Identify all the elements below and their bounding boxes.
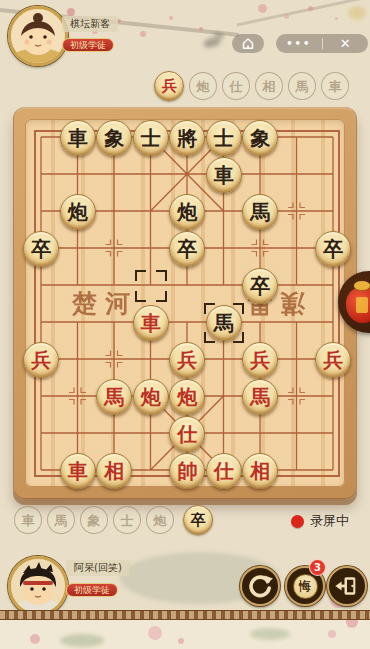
piece-n[interactable]: 馬 [242,194,278,230]
capture-slot: 馬 [288,72,316,100]
piece-A[interactable]: 仕 [169,416,205,452]
capture-slot: 相 [255,72,283,100]
piece-b[interactable]: 象 [242,120,278,156]
piece-p[interactable]: 卒 [169,231,205,267]
home-icon [241,37,255,50]
plum-branch [236,0,364,26]
piece-k[interactable]: 將 [169,120,205,156]
undo-label: 悔 [299,578,311,595]
exit-button[interactable] [327,566,367,606]
capture-slot: 炮 [189,72,217,100]
selected-piece-marker [204,303,244,343]
piece-a[interactable]: 士 [133,120,169,156]
piece-N[interactable]: 馬 [96,379,132,415]
piece-K[interactable]: 帥 [169,453,205,489]
baby-avatar-image [11,9,65,63]
piece-r[interactable]: 車 [206,157,242,193]
piece-B[interactable]: 相 [242,453,278,489]
pouch-tie [354,281,370,290]
top-player-rank-badge: 初级学徒 [62,38,114,52]
undo-piece: 悔 [293,574,318,599]
capture-slot: 象 [80,506,108,534]
lotus-flowers [148,626,162,640]
piece-P[interactable]: 兵 [315,342,351,378]
plum-blossoms [258,4,267,13]
top-player-name: 棋坛新客 [70,18,110,29]
last-move-origin-marker [135,270,167,302]
capture-slot: 仕 [222,72,250,100]
captured-by-black-tray: 兵炮仕相馬車 [154,71,349,101]
top-player-name-plate: 棋坛新客 [62,16,118,32]
bottom-player-avatar[interactable] [8,556,68,616]
capture-slot: 炮 [146,506,174,534]
piece-C[interactable]: 炮 [169,379,205,415]
piece-P[interactable]: 兵 [242,342,278,378]
capture-slot: 馬 [47,506,75,534]
recording-indicator: 录屏中 [291,512,349,530]
piece-c[interactable]: 炮 [60,194,96,230]
exit-icon [332,571,362,601]
capture-slot: 車 [321,72,349,100]
capture-slot: 士 [113,506,141,534]
recording-label: 录屏中 [310,512,349,530]
piece-P[interactable]: 兵 [169,342,205,378]
boy-avatar-image [11,559,65,613]
piece-C[interactable]: 炮 [133,379,169,415]
piece-p[interactable]: 卒 [315,231,351,267]
top-player-avatar[interactable] [8,6,68,66]
piece-p[interactable]: 卒 [23,231,59,267]
bottom-player-name: 阿呆(回笑) [74,562,122,573]
piece-A[interactable]: 仕 [206,453,242,489]
lotus-leaf [250,628,290,640]
close-button[interactable]: ✕ [322,36,368,51]
captured-piece: 兵 [154,71,184,101]
piece-R[interactable]: 車 [133,305,169,341]
piece-b[interactable]: 象 [96,120,132,156]
piece-r[interactable]: 車 [60,120,96,156]
decorative-strip [0,610,370,620]
piece-p[interactable]: 卒 [242,268,278,304]
gold-decoration [348,6,366,20]
lotus-leaf [60,634,104,647]
piece-N[interactable]: 馬 [242,379,278,415]
menu-pill: ••• ✕ [276,34,368,53]
bottom-player-rank: 初级学徒 [74,585,110,595]
board[interactable]: 車象士將士象車炮炮馬卒卒卒卒車馬兵兵兵兵馬炮炮馬仕車相帥仕相 [23,119,352,489]
piece-a[interactable]: 士 [206,120,242,156]
bottom-background [0,618,370,649]
undo-count: 3 [314,563,321,573]
restart-button[interactable] [240,566,280,606]
more-options-button[interactable]: ••• [276,38,322,49]
recording-dot [291,515,304,528]
capture-slot: 車 [14,506,42,534]
piece-R[interactable]: 車 [60,453,96,489]
captured-piece: 卒 [183,505,213,535]
bottom-player-name-plate: 阿呆(回笑) [66,560,130,576]
piece-B[interactable]: 相 [96,453,132,489]
bottom-player-rank-badge: 初级学徒 [66,583,118,597]
restart-icon [245,571,275,601]
captured-by-red-tray: 車馬象士炮卒 [14,505,213,535]
home-button[interactable] [232,34,264,53]
top-player-rank: 初级学徒 [70,40,106,50]
piece-c[interactable]: 炮 [169,194,205,230]
piece-P[interactable]: 兵 [23,342,59,378]
pouch-band [356,297,368,313]
undo-count-badge: 3 [309,559,326,576]
